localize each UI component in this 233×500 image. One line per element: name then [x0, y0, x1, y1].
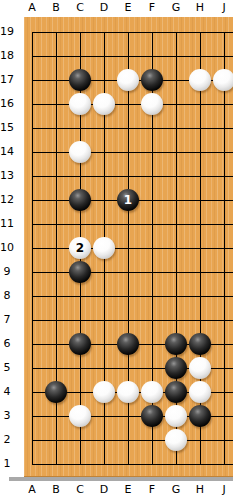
column-label-bottom-H: H: [188, 483, 212, 497]
column-label-bottom-E: E: [116, 483, 140, 497]
stone-black-H3[interactable]: [189, 405, 211, 427]
stone-white-C14[interactable]: [69, 141, 91, 163]
stone-black-C17[interactable]: [69, 69, 91, 91]
row-label-12: 12: [0, 193, 14, 207]
board-shadow: [9, 477, 233, 481]
row-label-10: 10: [0, 241, 14, 255]
stone-white-G2[interactable]: [165, 429, 187, 451]
column-label-top-C: C: [68, 1, 92, 15]
row-label-8: 8: [0, 289, 14, 303]
stone-white-C3[interactable]: [69, 405, 91, 427]
stone-white-E17[interactable]: [117, 69, 139, 91]
column-label-bottom-D: D: [92, 483, 116, 497]
row-label-19: 19: [0, 25, 14, 39]
row-label-2: 2: [0, 433, 14, 447]
stone-black-E12[interactable]: 1: [117, 189, 139, 211]
stone-white-F4[interactable]: [141, 381, 163, 403]
column-label-bottom-C: C: [68, 483, 92, 497]
stones-layer: 12: [20, 20, 233, 476]
stone-white-D4[interactable]: [93, 381, 115, 403]
stone-white-C16[interactable]: [69, 93, 91, 115]
move-number-label: 2: [76, 242, 84, 254]
column-label-top-B: B: [44, 1, 68, 15]
column-label-bottom-G: G: [164, 483, 188, 497]
column-label-top-E: E: [116, 1, 140, 15]
row-label-9: 9: [0, 265, 14, 279]
row-label-5: 5: [0, 361, 14, 375]
move-number-label: 1: [124, 194, 132, 206]
go-board-diagram: 12 ABCDEFGHJ 191817161514131211109876543…: [0, 0, 233, 500]
column-label-top-H: H: [188, 1, 212, 15]
stone-white-G3[interactable]: [165, 405, 187, 427]
row-label-4: 4: [0, 385, 14, 399]
row-label-18: 18: [0, 49, 14, 63]
row-label-13: 13: [0, 169, 14, 183]
stone-white-H4[interactable]: [189, 381, 211, 403]
stone-black-G6[interactable]: [165, 333, 187, 355]
column-label-bottom-B: B: [44, 483, 68, 497]
stone-white-C10[interactable]: 2: [69, 237, 91, 259]
stone-white-H17[interactable]: [189, 69, 211, 91]
stone-black-C9[interactable]: [69, 261, 91, 283]
stone-black-F17[interactable]: [141, 69, 163, 91]
stone-white-E4[interactable]: [117, 381, 139, 403]
stone-white-D16[interactable]: [93, 93, 115, 115]
column-label-bottom-J: J: [212, 483, 233, 497]
column-label-top-G: G: [164, 1, 188, 15]
row-label-16: 16: [0, 97, 14, 111]
stone-white-F16[interactable]: [141, 93, 163, 115]
row-label-7: 7: [0, 313, 14, 327]
row-label-1: 1: [0, 457, 14, 471]
column-label-top-D: D: [92, 1, 116, 15]
stone-black-C12[interactable]: [69, 189, 91, 211]
row-label-14: 14: [0, 145, 14, 159]
row-label-3: 3: [0, 409, 14, 423]
row-label-17: 17: [0, 73, 14, 87]
column-label-bottom-F: F: [140, 483, 164, 497]
row-label-6: 6: [0, 337, 14, 351]
stone-black-G5[interactable]: [165, 357, 187, 379]
row-label-15: 15: [0, 121, 14, 135]
stone-black-G4[interactable]: [165, 381, 187, 403]
stone-black-C6[interactable]: [69, 333, 91, 355]
row-label-11: 11: [0, 217, 14, 231]
column-label-top-A: A: [20, 1, 44, 15]
column-label-top-J: J: [212, 1, 233, 15]
stone-black-F3[interactable]: [141, 405, 163, 427]
stone-white-H5[interactable]: [189, 357, 211, 379]
stone-white-D10[interactable]: [93, 237, 115, 259]
stone-white-J17[interactable]: [213, 69, 233, 91]
stone-black-B4[interactable]: [45, 381, 67, 403]
stone-black-E6[interactable]: [117, 333, 139, 355]
stone-black-H6[interactable]: [189, 333, 211, 355]
column-label-top-F: F: [140, 1, 164, 15]
column-label-bottom-A: A: [20, 483, 44, 497]
